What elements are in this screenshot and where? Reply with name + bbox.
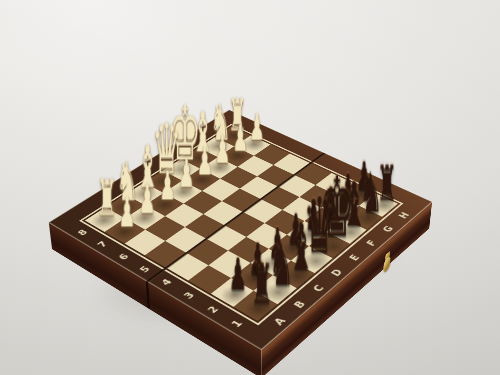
rank-label-8: 8 xyxy=(75,228,90,237)
square-c5[interactable] xyxy=(185,214,225,239)
rank-label-4: 4 xyxy=(158,277,174,287)
rank-label-6: 6 xyxy=(115,252,130,262)
folding-chess-board: ABCDEFGH87654321 ♜♞♝♛♚♝♞♜♟♟♟♟♟♟♟♟♟♟♟♟♟♟♟… xyxy=(49,110,432,350)
square-a5[interactable] xyxy=(145,241,186,268)
chess-set-scene: ABCDEFGH87654321 ♜♞♝♛♚♝♞♜♟♟♟♟♟♟♟♟♟♟♟♟♟♟♟… xyxy=(0,0,500,375)
file-label-b: B xyxy=(290,299,307,310)
piece-black-rook-a1[interactable]: ♜ xyxy=(243,256,281,311)
file-label-h: H xyxy=(395,210,411,220)
file-label-g: G xyxy=(379,224,395,234)
clasp-hanger xyxy=(383,255,391,274)
file-label-f: F xyxy=(363,238,379,247)
square-a4[interactable] xyxy=(166,253,208,280)
file-label-a: A xyxy=(270,315,288,327)
rank-label-3: 3 xyxy=(181,290,197,301)
brass-clasp[interactable] xyxy=(383,250,391,275)
rank-label-5: 5 xyxy=(137,264,153,274)
rank-label-1: 1 xyxy=(228,318,245,329)
file-label-c: C xyxy=(309,283,326,294)
rank-label-2: 2 xyxy=(204,304,221,315)
file-label-d: D xyxy=(328,267,345,278)
piece-white-pawn-a7[interactable]: ♟ xyxy=(110,193,145,234)
board-surface: ABCDEFGH87654321 xyxy=(49,110,432,350)
photo-frame: ABCDEFGH87654321 ♜♞♝♛♚♝♞♜♟♟♟♟♟♟♟♟♟♟♟♟♟♟♟… xyxy=(0,0,500,375)
rank-label-7: 7 xyxy=(95,240,110,249)
file-label-e: E xyxy=(346,252,362,262)
fold-seam-side xyxy=(146,280,150,309)
square-b5[interactable] xyxy=(165,227,206,253)
